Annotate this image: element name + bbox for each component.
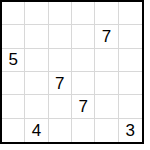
empty-cell-r5c5[interactable]: [95, 95, 118, 118]
clue-cell-r5c4: 7: [72, 95, 95, 118]
empty-cell-r1c1[interactable]: [2, 2, 25, 25]
empty-cell-r4c6[interactable]: [119, 72, 142, 95]
empty-cell-r1c6[interactable]: [119, 2, 142, 25]
empty-cell-r5c6[interactable]: [119, 95, 142, 118]
empty-cell-r3c5[interactable]: [95, 49, 118, 72]
empty-cell-r5c1[interactable]: [2, 95, 25, 118]
empty-cell-r5c2[interactable]: [25, 95, 48, 118]
empty-cell-r1c5[interactable]: [95, 2, 118, 25]
empty-cell-r3c6[interactable]: [119, 49, 142, 72]
empty-cell-r3c2[interactable]: [25, 49, 48, 72]
empty-cell-r1c2[interactable]: [25, 2, 48, 25]
clue-cell-r2c5: 7: [95, 25, 118, 48]
empty-cell-r6c4[interactable]: [72, 119, 95, 142]
empty-cell-r4c4[interactable]: [72, 72, 95, 95]
empty-cell-r6c1[interactable]: [2, 119, 25, 142]
puzzle-board: 757743: [0, 0, 144, 144]
empty-cell-r2c6[interactable]: [119, 25, 142, 48]
clue-cell-r3c1: 5: [2, 49, 25, 72]
empty-cell-r6c5[interactable]: [95, 119, 118, 142]
empty-cell-r1c3[interactable]: [49, 2, 72, 25]
empty-cell-r2c4[interactable]: [72, 25, 95, 48]
clue-cell-r4c3: 7: [49, 72, 72, 95]
empty-cell-r5c3[interactable]: [49, 95, 72, 118]
empty-cell-r4c2[interactable]: [25, 72, 48, 95]
empty-cell-r3c4[interactable]: [72, 49, 95, 72]
empty-cell-r6c3[interactable]: [49, 119, 72, 142]
empty-cell-r2c3[interactable]: [49, 25, 72, 48]
empty-cell-r4c1[interactable]: [2, 72, 25, 95]
clue-cell-r6c6: 3: [119, 119, 142, 142]
empty-cell-r1c4[interactable]: [72, 2, 95, 25]
empty-cell-r2c2[interactable]: [25, 25, 48, 48]
clue-cell-r6c2: 4: [25, 119, 48, 142]
empty-cell-r2c1[interactable]: [2, 25, 25, 48]
empty-cell-r3c3[interactable]: [49, 49, 72, 72]
empty-cell-r4c5[interactable]: [95, 72, 118, 95]
